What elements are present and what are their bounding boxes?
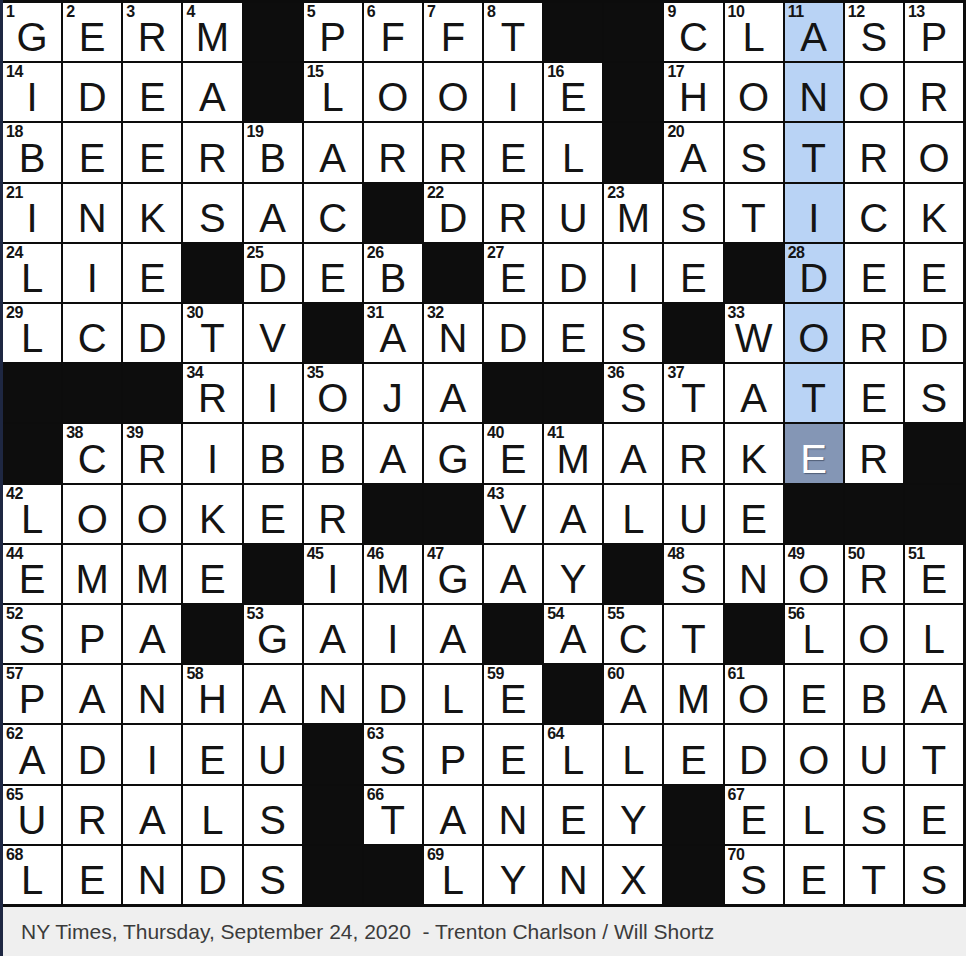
cell-r13c13[interactable]: D <box>725 725 783 783</box>
cell-r13c3[interactable]: I <box>123 725 181 783</box>
cell-r1c8[interactable]: 7F <box>424 3 482 61</box>
cell-r7c14[interactable]: T <box>785 364 843 422</box>
cell-r2c10[interactable]: 16E <box>544 63 602 121</box>
cell-r15c10[interactable]: N <box>544 846 602 904</box>
cell-letter: B <box>3 138 61 178</box>
cell-letter: T <box>664 378 722 418</box>
cell-letter: I <box>123 740 181 780</box>
cell-letter: E <box>905 559 963 599</box>
cell-r4c12[interactable]: S <box>664 184 722 242</box>
cell-letter: A <box>183 77 241 117</box>
cell-r3c6[interactable]: A <box>304 123 362 181</box>
cell-letter: N <box>304 679 362 719</box>
cell-r13c15[interactable]: U <box>845 725 903 783</box>
cell-r8c5[interactable]: B <box>244 424 302 482</box>
cell-r15c9[interactable]: Y <box>484 846 542 904</box>
cell-r14c15[interactable]: S <box>845 786 903 844</box>
cell-r5c5[interactable]: 25D <box>244 244 302 302</box>
cell-r11c16[interactable]: L <box>905 605 963 663</box>
cell-letter: O <box>845 619 903 659</box>
cell-letter: T <box>905 740 963 780</box>
cell-r9c10[interactable]: A <box>544 485 602 543</box>
cell-letter: G <box>424 439 482 479</box>
cell-r7c12[interactable]: 37T <box>664 364 722 422</box>
cell-letter: E <box>785 679 843 719</box>
cell-r3c16[interactable]: O <box>905 123 963 181</box>
cell-r12c2[interactable]: A <box>63 665 121 723</box>
cell-r12c4[interactable]: 58H <box>183 665 241 723</box>
cell-letter: U <box>244 740 302 780</box>
cell-letter: E <box>785 439 843 479</box>
cell-letter: R <box>63 800 121 840</box>
cell-r2c16[interactable]: R <box>905 63 963 121</box>
cell-r3c1[interactable]: 18B <box>3 123 61 181</box>
cell-r4c11[interactable]: 23M <box>604 184 662 242</box>
cell-letter: A <box>905 679 963 719</box>
cell-r7c7[interactable]: J <box>364 364 422 422</box>
cell-letter: E <box>725 499 783 539</box>
cell-letter: B <box>845 679 903 719</box>
cell-r1c7[interactable]: 6F <box>364 3 422 61</box>
cell-letter: R <box>484 198 542 238</box>
cell-r4c6[interactable]: C <box>304 184 362 242</box>
cell-letter: T <box>785 138 843 178</box>
black-cell <box>424 244 482 302</box>
cell-letter: P <box>3 679 61 719</box>
cell-letter: E <box>484 679 542 719</box>
cell-letter: M <box>604 198 662 238</box>
cell-letter: K <box>905 198 963 238</box>
cell-letter: R <box>845 439 903 479</box>
cell-r6c5[interactable]: V <box>244 304 302 362</box>
cell-r11c7[interactable]: I <box>364 605 422 663</box>
cell-r15c15[interactable]: T <box>845 846 903 904</box>
cell-letter: D <box>544 258 602 298</box>
cell-letter: O <box>785 559 843 599</box>
cell-r14c9[interactable]: N <box>484 786 542 844</box>
cell-r13c4[interactable]: E <box>183 725 241 783</box>
cell-r2c4[interactable]: A <box>183 63 241 121</box>
cell-r9c13[interactable]: E <box>725 485 783 543</box>
cell-r11c3[interactable]: A <box>123 605 181 663</box>
cell-r8c15[interactable]: R <box>845 424 903 482</box>
cell-letter: V <box>244 318 302 358</box>
cell-r5c10[interactable]: D <box>544 244 602 302</box>
cell-letter: M <box>664 679 722 719</box>
cell-letter: O <box>424 77 482 117</box>
cell-r13c16[interactable]: T <box>905 725 963 783</box>
cell-r9c4[interactable]: K <box>183 485 241 543</box>
cell-r4c1[interactable]: 21I <box>3 184 61 242</box>
cell-r10c9[interactable]: A <box>484 545 542 603</box>
cell-r9c5[interactable]: E <box>244 485 302 543</box>
cell-letter: D <box>183 860 241 900</box>
cell-r11c6[interactable]: A <box>304 605 362 663</box>
cell-r12c11[interactable]: 60A <box>604 665 662 723</box>
cell-r13c5[interactable]: U <box>244 725 302 783</box>
cell-r2c8[interactable]: O <box>424 63 482 121</box>
cell-letter: Y <box>604 800 662 840</box>
cell-letter: E <box>484 439 542 479</box>
cell-r14c8[interactable]: A <box>424 786 482 844</box>
cell-r2c13[interactable]: O <box>725 63 783 121</box>
cell-letter: E <box>664 258 722 298</box>
cell-r15c1[interactable]: 68L <box>3 846 61 904</box>
cell-r6c15[interactable]: R <box>845 304 903 362</box>
black-cell <box>63 364 121 422</box>
cell-r10c2[interactable]: M <box>63 545 121 603</box>
cell-letter: C <box>664 17 722 57</box>
cell-r2c6[interactable]: 15L <box>304 63 362 121</box>
cell-letter: A <box>424 800 482 840</box>
cell-r1c1[interactable]: 1G <box>3 3 61 61</box>
cell-r6c1[interactable]: 29L <box>3 304 61 362</box>
cell-r9c2[interactable]: O <box>63 485 121 543</box>
cell-r2c2[interactable]: D <box>63 63 121 121</box>
cell-r6c11[interactable]: S <box>604 304 662 362</box>
cell-letter: S <box>183 198 241 238</box>
cell-letter: L <box>183 800 241 840</box>
cell-letter: L <box>3 318 61 358</box>
cell-r10c14[interactable]: 49O <box>785 545 843 603</box>
cell-r10c15[interactable]: 50R <box>845 545 903 603</box>
cell-r15c2[interactable]: E <box>63 846 121 904</box>
cell-letter: F <box>424 17 482 57</box>
cell-r11c12[interactable]: T <box>664 605 722 663</box>
black-cell <box>364 846 422 904</box>
cell-r9c11[interactable]: L <box>604 485 662 543</box>
cell-r3c14[interactable]: T <box>785 123 843 181</box>
cell-r8c7[interactable]: A <box>364 424 422 482</box>
cell-r2c12[interactable]: 17H <box>664 63 722 121</box>
cell-r7c4[interactable]: 34R <box>183 364 241 422</box>
cell-r8c2[interactable]: 38C <box>63 424 121 482</box>
cell-letter: E <box>63 138 121 178</box>
cell-letter: K <box>123 198 181 238</box>
cell-letter: T <box>845 860 903 900</box>
cell-letter: N <box>63 198 121 238</box>
cell-letter: A <box>604 439 662 479</box>
cell-r14c16[interactable]: E <box>905 786 963 844</box>
cell-letter: E <box>123 77 181 117</box>
cell-r6c13[interactable]: 33W <box>725 304 783 362</box>
cell-letter: M <box>183 17 241 57</box>
cell-r15c3[interactable]: N <box>123 846 181 904</box>
cell-r12c12[interactable]: M <box>664 665 722 723</box>
cell-letter: R <box>304 499 362 539</box>
cell-r4c14[interactable]: I <box>785 184 843 242</box>
cell-r12c8[interactable]: L <box>424 665 482 723</box>
cell-r5c11[interactable]: I <box>604 244 662 302</box>
cell-r1c14[interactable]: 11A <box>785 3 843 61</box>
cell-r14c2[interactable]: R <box>63 786 121 844</box>
cell-r1c16[interactable]: 13P <box>905 3 963 61</box>
cell-r13c2[interactable]: D <box>63 725 121 783</box>
cell-r1c12[interactable]: 9C <box>664 3 722 61</box>
cell-r6c2[interactable]: C <box>63 304 121 362</box>
cell-letter: S <box>725 138 783 178</box>
cell-letter: B <box>304 439 362 479</box>
cell-r5c9[interactable]: 27E <box>484 244 542 302</box>
cell-letter: W <box>725 318 783 358</box>
cell-r11c15[interactable]: O <box>845 605 903 663</box>
cell-letter: A <box>604 679 662 719</box>
cell-r12c5[interactable]: A <box>244 665 302 723</box>
cell-r7c15[interactable]: E <box>845 364 903 422</box>
cell-letter: L <box>785 800 843 840</box>
black-cell <box>244 63 302 121</box>
cell-r12c1[interactable]: 57P <box>3 665 61 723</box>
cell-r5c15[interactable]: E <box>845 244 903 302</box>
cell-r13c9[interactable]: E <box>484 725 542 783</box>
cell-letter: D <box>484 318 542 358</box>
cell-r13c7[interactable]: 63S <box>364 725 422 783</box>
cell-r14c13[interactable]: 67E <box>725 786 783 844</box>
cell-letter: S <box>244 860 302 900</box>
cell-r6c14[interactable]: O <box>785 304 843 362</box>
cell-r5c12[interactable]: E <box>664 244 722 302</box>
cell-letter: J <box>364 378 422 418</box>
cell-r3c12[interactable]: 20A <box>664 123 722 181</box>
cell-r12c14[interactable]: E <box>785 665 843 723</box>
cell-r5c16[interactable]: E <box>905 244 963 302</box>
cell-r11c2[interactable]: P <box>63 605 121 663</box>
cell-r6c10[interactable]: E <box>544 304 602 362</box>
black-cell <box>905 424 963 482</box>
cell-letter: C <box>63 439 121 479</box>
cell-r10c7[interactable]: 46M <box>364 545 422 603</box>
cell-r13c10[interactable]: 64L <box>544 725 602 783</box>
cell-letter: I <box>3 77 61 117</box>
cell-letter: E <box>3 559 61 599</box>
cell-r2c9[interactable]: I <box>484 63 542 121</box>
cell-r11c8[interactable]: A <box>424 605 482 663</box>
cell-r3c2[interactable]: E <box>63 123 121 181</box>
cell-r3c7[interactable]: R <box>364 123 422 181</box>
cell-r12c9[interactable]: 59E <box>484 665 542 723</box>
cell-r15c13[interactable]: 70S <box>725 846 783 904</box>
cell-letter: C <box>63 318 121 358</box>
cell-r14c3[interactable]: A <box>123 786 181 844</box>
cell-r8c11[interactable]: A <box>604 424 662 482</box>
cell-r10c12[interactable]: 48S <box>664 545 722 603</box>
status-text: NY Times, Thursday, September 24, 2020 -… <box>21 920 714 944</box>
cell-letter: A <box>424 378 482 418</box>
cell-letter: O <box>364 77 422 117</box>
cell-r5c3[interactable]: E <box>123 244 181 302</box>
cell-letter: E <box>544 77 602 117</box>
cell-letter: U <box>3 800 61 840</box>
black-cell <box>123 364 181 422</box>
cell-r10c16[interactable]: 51E <box>905 545 963 603</box>
cell-r2c1[interactable]: 14I <box>3 63 61 121</box>
cell-r13c1[interactable]: 62A <box>3 725 61 783</box>
cell-r7c5[interactable]: I <box>244 364 302 422</box>
cell-letter: A <box>244 198 302 238</box>
cell-r14c1[interactable]: 65U <box>3 786 61 844</box>
cell-r10c3[interactable]: M <box>123 545 181 603</box>
cell-r8c12[interactable]: R <box>664 424 722 482</box>
cell-r10c10[interactable]: Y <box>544 545 602 603</box>
cell-letter: E <box>544 318 602 358</box>
cell-r8c6[interactable]: B <box>304 424 362 482</box>
cell-r13c11[interactable]: L <box>604 725 662 783</box>
black-cell <box>183 605 241 663</box>
cell-r4c5[interactable]: A <box>244 184 302 242</box>
cell-r7c11[interactable]: 36S <box>604 364 662 422</box>
cell-r2c3[interactable]: E <box>123 63 181 121</box>
cell-r12c6[interactable]: N <box>304 665 362 723</box>
cell-r8c8[interactable]: G <box>424 424 482 482</box>
cell-r15c5[interactable]: S <box>244 846 302 904</box>
cell-r3c9[interactable]: E <box>484 123 542 181</box>
cell-r4c15[interactable]: C <box>845 184 903 242</box>
cell-r15c16[interactable]: S <box>905 846 963 904</box>
cell-r15c4[interactable]: D <box>183 846 241 904</box>
cell-r4c13[interactable]: T <box>725 184 783 242</box>
cell-r11c11[interactable]: 55C <box>604 605 662 663</box>
cell-r8c10[interactable]: 41M <box>544 424 602 482</box>
cell-r9c3[interactable]: O <box>123 485 181 543</box>
cell-r13c14[interactable]: O <box>785 725 843 783</box>
cell-letter: N <box>123 860 181 900</box>
cell-r10c1[interactable]: 44E <box>3 545 61 603</box>
cell-r4c4[interactable]: S <box>183 184 241 242</box>
cell-r9c12[interactable]: U <box>664 485 722 543</box>
cell-r7c13[interactable]: A <box>725 364 783 422</box>
cell-r5c6[interactable]: E <box>304 244 362 302</box>
cell-letter: I <box>63 258 121 298</box>
cell-r4c9[interactable]: R <box>484 184 542 242</box>
cell-letter: I <box>304 559 362 599</box>
cell-r10c8[interactable]: 47G <box>424 545 482 603</box>
black-cell <box>845 485 903 543</box>
cell-r5c14[interactable]: 28D <box>785 244 843 302</box>
cell-r3c5[interactable]: 19B <box>244 123 302 181</box>
cell-r8c13[interactable]: K <box>725 424 783 482</box>
cell-r14c7[interactable]: 66T <box>364 786 422 844</box>
cell-r14c10[interactable]: E <box>544 786 602 844</box>
cell-letter: U <box>664 499 722 539</box>
cell-r1c3[interactable]: 3R <box>123 3 181 61</box>
cell-r4c2[interactable]: N <box>63 184 121 242</box>
cell-r13c12[interactable]: E <box>664 725 722 783</box>
black-cell <box>664 304 722 362</box>
cell-letter: E <box>845 258 903 298</box>
cell-r11c5[interactable]: 53G <box>244 605 302 663</box>
cell-r2c7[interactable]: O <box>364 63 422 121</box>
cell-letter: S <box>905 860 963 900</box>
cell-r10c6[interactable]: 45I <box>304 545 362 603</box>
cell-r4c10[interactable]: U <box>544 184 602 242</box>
cell-r6c4[interactable]: 30T <box>183 304 241 362</box>
cell-r14c5[interactable]: S <box>244 786 302 844</box>
cell-r3c13[interactable]: S <box>725 123 783 181</box>
cell-r12c13[interactable]: 61O <box>725 665 783 723</box>
cell-r11c1[interactable]: 52S <box>3 605 61 663</box>
cell-letter: R <box>424 138 482 178</box>
cell-r15c8[interactable]: 69L <box>424 846 482 904</box>
cell-r5c1[interactable]: 24L <box>3 244 61 302</box>
cell-r7c6[interactable]: 35O <box>304 364 362 422</box>
black-cell <box>3 364 61 422</box>
cell-r3c3[interactable]: E <box>123 123 181 181</box>
cell-r9c1[interactable]: 42L <box>3 485 61 543</box>
cell-r12c7[interactable]: D <box>364 665 422 723</box>
cell-r4c3[interactable]: K <box>123 184 181 242</box>
cell-r8c9[interactable]: 40E <box>484 424 542 482</box>
cell-r10c4[interactable]: E <box>183 545 241 603</box>
cell-r3c8[interactable]: R <box>424 123 482 181</box>
cell-r5c7[interactable]: 26B <box>364 244 422 302</box>
cell-r2c14[interactable]: N <box>785 63 843 121</box>
cell-r3c4[interactable]: R <box>183 123 241 181</box>
cell-letter: N <box>544 860 602 900</box>
cell-r4c8[interactable]: 22D <box>424 184 482 242</box>
cell-letter: P <box>424 740 482 780</box>
cell-r6c16[interactable]: D <box>905 304 963 362</box>
cell-r8c4[interactable]: I <box>183 424 241 482</box>
cell-r14c14[interactable]: L <box>785 786 843 844</box>
cell-r1c13[interactable]: 10L <box>725 3 783 61</box>
cell-r11c14[interactable]: 56L <box>785 605 843 663</box>
cell-r14c11[interactable]: Y <box>604 786 662 844</box>
black-cell <box>364 485 422 543</box>
cell-r6c9[interactable]: D <box>484 304 542 362</box>
cell-r6c7[interactable]: 31A <box>364 304 422 362</box>
cell-letter: O <box>785 740 843 780</box>
cell-r1c15[interactable]: 12S <box>845 3 903 61</box>
cell-r12c15[interactable]: B <box>845 665 903 723</box>
cell-letter: A <box>364 318 422 358</box>
cell-letter: K <box>183 499 241 539</box>
cell-r1c6[interactable]: 5P <box>304 3 362 61</box>
cell-r4c16[interactable]: K <box>905 184 963 242</box>
selected-cell[interactable]: E <box>785 424 843 482</box>
cell-r1c2[interactable]: 2E <box>63 3 121 61</box>
cell-r15c11[interactable]: X <box>604 846 662 904</box>
cell-letter: O <box>304 378 362 418</box>
cell-r1c4[interactable]: 4M <box>183 3 241 61</box>
cell-r9c6[interactable]: R <box>304 485 362 543</box>
cell-letter: O <box>845 77 903 117</box>
cell-r2c15[interactable]: O <box>845 63 903 121</box>
cell-r11c10[interactable]: 54A <box>544 605 602 663</box>
cell-r6c3[interactable]: D <box>123 304 181 362</box>
cell-letter: A <box>123 619 181 659</box>
cell-r8c3[interactable]: 39R <box>123 424 181 482</box>
cell-letter: A <box>244 679 302 719</box>
cell-r5c2[interactable]: I <box>63 244 121 302</box>
cell-r1c9[interactable]: 8T <box>484 3 542 61</box>
cell-r3c15[interactable]: R <box>845 123 903 181</box>
cell-r3c10[interactable]: L <box>544 123 602 181</box>
cell-r6c8[interactable]: 32N <box>424 304 482 362</box>
cell-r13c8[interactable]: P <box>424 725 482 783</box>
cell-r7c16[interactable]: S <box>905 364 963 422</box>
cell-r9c9[interactable]: 43V <box>484 485 542 543</box>
cell-r12c16[interactable]: A <box>905 665 963 723</box>
cell-r14c4[interactable]: L <box>183 786 241 844</box>
cell-r15c14[interactable]: E <box>785 846 843 904</box>
cell-r7c8[interactable]: A <box>424 364 482 422</box>
cell-letter: R <box>183 378 241 418</box>
black-cell <box>484 364 542 422</box>
cell-r12c3[interactable]: N <box>123 665 181 723</box>
cell-letter: E <box>304 258 362 298</box>
cell-r10c13[interactable]: N <box>725 545 783 603</box>
cell-letter: R <box>123 439 181 479</box>
